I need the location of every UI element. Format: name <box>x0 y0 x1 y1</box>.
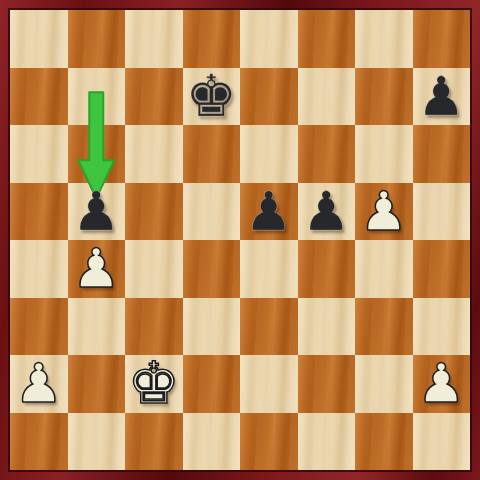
square-h5[interactable] <box>413 183 471 241</box>
square-c5[interactable] <box>125 183 183 241</box>
square-d1[interactable] <box>183 413 241 471</box>
square-b8[interactable] <box>68 10 126 68</box>
white-pawn[interactable]: ♟ <box>15 355 63 412</box>
square-b3[interactable] <box>68 298 126 356</box>
square-g2[interactable] <box>355 355 413 413</box>
black-pawn[interactable]: ♟ <box>245 183 293 240</box>
square-e2[interactable] <box>240 355 298 413</box>
black-pawn[interactable]: ♟ <box>302 183 350 240</box>
square-d4[interactable] <box>183 240 241 298</box>
square-f4[interactable] <box>298 240 356 298</box>
square-a5[interactable] <box>10 183 68 241</box>
white-king[interactable]: ♚ <box>128 355 180 412</box>
square-c3[interactable] <box>125 298 183 356</box>
square-f8[interactable] <box>298 10 356 68</box>
black-king[interactable]: ♚ <box>185 68 237 125</box>
white-pawn[interactable]: ♟ <box>360 183 408 240</box>
square-a6[interactable] <box>10 125 68 183</box>
square-f6[interactable] <box>298 125 356 183</box>
square-e1[interactable] <box>240 413 298 471</box>
square-g8[interactable] <box>355 10 413 68</box>
square-g7[interactable] <box>355 68 413 126</box>
square-a3[interactable] <box>10 298 68 356</box>
square-h6[interactable] <box>413 125 471 183</box>
square-c7[interactable] <box>125 68 183 126</box>
square-d6[interactable] <box>183 125 241 183</box>
white-pawn[interactable]: ♟ <box>417 355 465 412</box>
white-pawn[interactable]: ♟ <box>72 240 120 297</box>
square-d7[interactable]: ♚ <box>183 68 241 126</box>
square-d8[interactable] <box>183 10 241 68</box>
square-f7[interactable] <box>298 68 356 126</box>
square-a8[interactable] <box>10 10 68 68</box>
square-h1[interactable] <box>413 413 471 471</box>
square-e6[interactable] <box>240 125 298 183</box>
square-f3[interactable] <box>298 298 356 356</box>
square-f5[interactable]: ♟ <box>298 183 356 241</box>
square-g1[interactable] <box>355 413 413 471</box>
square-d2[interactable] <box>183 355 241 413</box>
square-g4[interactable] <box>355 240 413 298</box>
square-a1[interactable] <box>10 413 68 471</box>
square-h3[interactable] <box>413 298 471 356</box>
square-g6[interactable] <box>355 125 413 183</box>
square-a7[interactable] <box>10 68 68 126</box>
square-b1[interactable] <box>68 413 126 471</box>
square-e5[interactable]: ♟ <box>240 183 298 241</box>
square-b2[interactable] <box>68 355 126 413</box>
square-c6[interactable] <box>125 125 183 183</box>
square-e4[interactable] <box>240 240 298 298</box>
square-a2[interactable]: ♟ <box>10 355 68 413</box>
square-b4[interactable]: ♟ <box>68 240 126 298</box>
square-e3[interactable] <box>240 298 298 356</box>
square-e7[interactable] <box>240 68 298 126</box>
square-a4[interactable] <box>10 240 68 298</box>
square-g3[interactable] <box>355 298 413 356</box>
square-c1[interactable] <box>125 413 183 471</box>
square-f2[interactable] <box>298 355 356 413</box>
square-g5[interactable]: ♟ <box>355 183 413 241</box>
square-c4[interactable] <box>125 240 183 298</box>
square-d5[interactable] <box>183 183 241 241</box>
square-h8[interactable] <box>413 10 471 68</box>
chess-board: ♚♟♟♟♟♟♟♟♚♟ <box>10 10 470 470</box>
square-b6[interactable] <box>68 125 126 183</box>
square-b5[interactable]: ♟ <box>68 183 126 241</box>
square-h2[interactable]: ♟ <box>413 355 471 413</box>
square-f1[interactable] <box>298 413 356 471</box>
square-h4[interactable] <box>413 240 471 298</box>
square-e8[interactable] <box>240 10 298 68</box>
square-c8[interactable] <box>125 10 183 68</box>
black-pawn[interactable]: ♟ <box>72 183 120 240</box>
square-d3[interactable] <box>183 298 241 356</box>
square-b7[interactable] <box>68 68 126 126</box>
square-h7[interactable]: ♟ <box>413 68 471 126</box>
square-c2[interactable]: ♚ <box>125 355 183 413</box>
black-pawn[interactable]: ♟ <box>417 68 465 125</box>
